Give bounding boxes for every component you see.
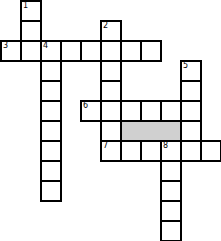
cell-r3c2[interactable] — [40, 60, 62, 82]
cell-r7c7[interactable] — [140, 140, 162, 162]
cell-r6c9[interactable] — [180, 120, 202, 142]
cell-r4c2[interactable] — [40, 80, 62, 102]
cell-r2c6[interactable] — [120, 40, 142, 62]
cell-r5c8[interactable] — [160, 100, 182, 122]
cell-r2c7[interactable] — [140, 40, 162, 62]
shaded-block — [120, 120, 182, 142]
clue-number-2: 2 — [103, 22, 108, 30]
cell-r7c6[interactable] — [120, 140, 142, 162]
cell-r5c9[interactable] — [180, 100, 202, 122]
cell-r4c5[interactable] — [100, 80, 122, 102]
clue-number-3: 3 — [3, 42, 8, 50]
cell-r2c3[interactable] — [60, 40, 82, 62]
cell-r5c6[interactable] — [120, 100, 142, 122]
cell-r5c7[interactable] — [140, 100, 162, 122]
cell-r2c1[interactable] — [20, 40, 42, 62]
cell-r9c2[interactable] — [40, 180, 62, 202]
cell-r8c2[interactable] — [40, 160, 62, 182]
cell-r2c5[interactable] — [100, 40, 122, 62]
clue-number-4: 4 — [43, 42, 48, 50]
clue-number-1: 1 — [23, 2, 28, 10]
cell-r8c8[interactable] — [160, 160, 182, 182]
clue-number-8: 8 — [163, 142, 168, 150]
cell-r1c1[interactable] — [20, 20, 42, 42]
crossword-grid: 12345678 — [0, 0, 221, 241]
clue-number-6: 6 — [83, 102, 88, 110]
cell-r9c8[interactable] — [160, 180, 182, 202]
cell-r5c5[interactable] — [100, 100, 122, 122]
cell-r11c8[interactable] — [160, 220, 182, 241]
cell-r6c2[interactable] — [40, 120, 62, 142]
clue-number-7: 7 — [103, 142, 108, 150]
cell-r7c10[interactable] — [200, 140, 221, 162]
cell-r2c4[interactable] — [80, 40, 102, 62]
cell-r6c5[interactable] — [100, 120, 122, 142]
cell-r5c2[interactable] — [40, 100, 62, 122]
cell-r7c2[interactable] — [40, 140, 62, 162]
cell-r10c8[interactable] — [160, 200, 182, 222]
cell-r4c9[interactable] — [180, 80, 202, 102]
cell-r3c5[interactable] — [100, 60, 122, 82]
clue-number-5: 5 — [183, 62, 188, 70]
cell-r7c9[interactable] — [180, 140, 202, 162]
